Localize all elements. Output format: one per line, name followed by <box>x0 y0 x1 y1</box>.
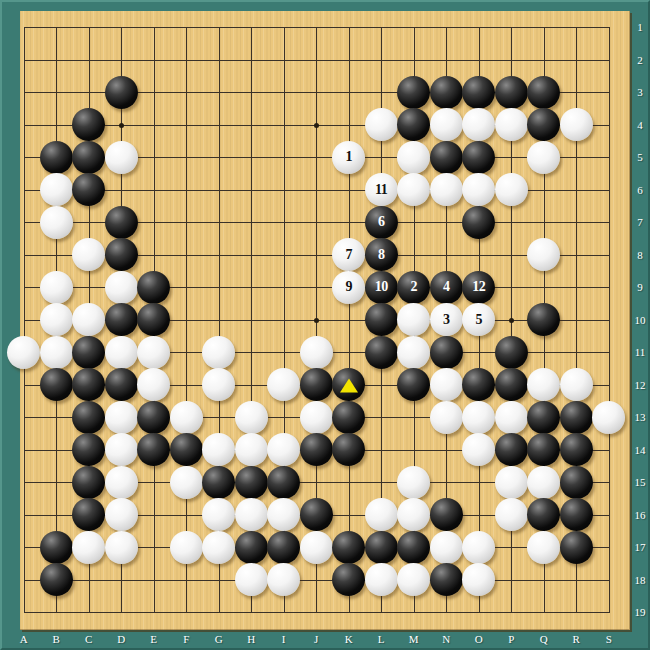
stone-black-F14[interactable] <box>170 433 203 466</box>
stone-white-M15[interactable] <box>397 466 430 499</box>
stone-white-Q15[interactable] <box>527 466 560 499</box>
stone-white-G16[interactable] <box>202 498 235 531</box>
file-label-P: P <box>502 633 520 645</box>
stone-white-D9[interactable] <box>105 271 138 304</box>
stone-white-N10[interactable]: 3 <box>430 303 463 336</box>
rank-label-4: 4 <box>630 119 650 131</box>
stone-white-G12[interactable] <box>202 368 235 401</box>
stone-black-M17[interactable] <box>397 531 430 564</box>
stone-white-G14[interactable] <box>202 433 235 466</box>
stone-white-R12[interactable] <box>560 368 593 401</box>
stone-white-O14[interactable] <box>462 433 495 466</box>
stone-black-E9[interactable] <box>137 271 170 304</box>
stone-black-G15[interactable] <box>202 466 235 499</box>
stone-black-C15[interactable] <box>72 466 105 499</box>
stone-black-H17[interactable] <box>235 531 268 564</box>
move-number-label: 4 <box>443 280 450 294</box>
stone-white-D14[interactable] <box>105 433 138 466</box>
stone-white-M11[interactable] <box>397 336 430 369</box>
stone-black-O9[interactable]: 12 <box>462 271 495 304</box>
file-label-H: H <box>242 633 260 645</box>
stone-white-F17[interactable] <box>170 531 203 564</box>
rank-label-8: 8 <box>630 249 650 261</box>
stone-white-E12[interactable] <box>137 368 170 401</box>
stone-black-Q10[interactable] <box>527 303 560 336</box>
stone-black-K18[interactable] <box>332 563 365 596</box>
stone-white-S13[interactable] <box>592 401 625 434</box>
stone-black-D8[interactable] <box>105 238 138 271</box>
stone-white-A11[interactable] <box>7 336 40 369</box>
stone-black-J14[interactable] <box>300 433 333 466</box>
stone-white-C10[interactable] <box>72 303 105 336</box>
stone-white-B11[interactable] <box>40 336 73 369</box>
rank-label-13: 13 <box>630 411 650 423</box>
stone-black-M12[interactable] <box>397 368 430 401</box>
stone-white-I14[interactable] <box>267 433 300 466</box>
stone-white-B6[interactable] <box>40 173 73 206</box>
stone-white-I12[interactable] <box>267 368 300 401</box>
stone-white-Q8[interactable] <box>527 238 560 271</box>
file-label-L: L <box>372 633 390 645</box>
stone-white-B10[interactable] <box>40 303 73 336</box>
stone-black-I17[interactable] <box>267 531 300 564</box>
stone-black-N5[interactable] <box>430 141 463 174</box>
stone-white-M6[interactable] <box>397 173 430 206</box>
stone-black-I15[interactable] <box>267 466 300 499</box>
rank-label-7: 7 <box>630 216 650 228</box>
stone-white-D15[interactable] <box>105 466 138 499</box>
stone-white-F15[interactable] <box>170 466 203 499</box>
stone-white-M16[interactable] <box>397 498 430 531</box>
stone-black-C13[interactable] <box>72 401 105 434</box>
file-label-S: S <box>600 633 618 645</box>
stone-white-J13[interactable] <box>300 401 333 434</box>
stone-white-I16[interactable] <box>267 498 300 531</box>
stone-black-B17[interactable] <box>40 531 73 564</box>
stone-black-N18[interactable] <box>430 563 463 596</box>
stone-black-O7[interactable] <box>462 206 495 239</box>
stone-white-L6[interactable]: 11 <box>365 173 398 206</box>
grid-line-vertical <box>349 27 350 613</box>
stone-white-N4[interactable] <box>430 108 463 141</box>
stone-black-Q4[interactable] <box>527 108 560 141</box>
stone-black-R17[interactable] <box>560 531 593 564</box>
stone-white-D17[interactable] <box>105 531 138 564</box>
stone-black-O12[interactable] <box>462 368 495 401</box>
stone-white-H16[interactable] <box>235 498 268 531</box>
stone-black-C4[interactable] <box>72 108 105 141</box>
stone-white-Q5[interactable] <box>527 141 560 174</box>
stone-white-L16[interactable] <box>365 498 398 531</box>
stone-white-G17[interactable] <box>202 531 235 564</box>
stone-white-O10[interactable]: 5 <box>462 303 495 336</box>
rank-label-19: 19 <box>630 606 650 618</box>
rank-label-18: 18 <box>630 574 650 586</box>
stone-white-C8[interactable] <box>72 238 105 271</box>
rank-label-9: 9 <box>630 281 650 293</box>
rank-label-3: 3 <box>630 86 650 98</box>
stone-black-N9[interactable]: 4 <box>430 271 463 304</box>
stone-white-E11[interactable] <box>137 336 170 369</box>
stone-white-O4[interactable] <box>462 108 495 141</box>
stone-black-C14[interactable] <box>72 433 105 466</box>
rank-label-17: 17 <box>630 541 650 553</box>
stone-black-L10[interactable] <box>365 303 398 336</box>
stone-black-K12[interactable] <box>332 368 365 401</box>
stone-black-J16[interactable] <box>300 498 333 531</box>
rank-label-10: 10 <box>630 314 650 326</box>
stone-white-O13[interactable] <box>462 401 495 434</box>
file-label-G: G <box>210 633 228 645</box>
stone-black-R16[interactable] <box>560 498 593 531</box>
move-number-label: 5 <box>475 313 482 327</box>
stone-white-P16[interactable] <box>495 498 528 531</box>
stone-white-K9[interactable]: 9 <box>332 271 365 304</box>
stone-black-B18[interactable] <box>40 563 73 596</box>
stone-white-H14[interactable] <box>235 433 268 466</box>
stone-black-P12[interactable] <box>495 368 528 401</box>
stone-black-P11[interactable] <box>495 336 528 369</box>
stone-white-O18[interactable] <box>462 563 495 596</box>
stone-black-E10[interactable] <box>137 303 170 336</box>
file-label-A: A <box>15 633 33 645</box>
stone-white-O6[interactable] <box>462 173 495 206</box>
stone-white-M10[interactable] <box>397 303 430 336</box>
rank-label-15: 15 <box>630 476 650 488</box>
stone-black-O5[interactable] <box>462 141 495 174</box>
stone-black-L7[interactable]: 6 <box>365 206 398 239</box>
stone-black-D3[interactable] <box>105 76 138 109</box>
stone-black-K17[interactable] <box>332 531 365 564</box>
stone-white-D5[interactable] <box>105 141 138 174</box>
stone-black-N11[interactable] <box>430 336 463 369</box>
move-number-label: 8 <box>378 248 385 262</box>
stone-white-D13[interactable] <box>105 401 138 434</box>
file-label-Q: Q <box>535 633 553 645</box>
move-number-label: 7 <box>345 248 352 262</box>
stone-white-B7[interactable] <box>40 206 73 239</box>
stone-white-D11[interactable] <box>105 336 138 369</box>
stone-black-L9[interactable]: 10 <box>365 271 398 304</box>
stone-black-M4[interactable] <box>397 108 430 141</box>
stone-black-C16[interactable] <box>72 498 105 531</box>
stone-white-N13[interactable] <box>430 401 463 434</box>
stone-white-L4[interactable] <box>365 108 398 141</box>
file-label-R: R <box>567 633 585 645</box>
stone-black-R14[interactable] <box>560 433 593 466</box>
stone-black-C5[interactable] <box>72 141 105 174</box>
rank-label-11: 11 <box>630 346 650 358</box>
stone-black-L17[interactable] <box>365 531 398 564</box>
stone-black-Q14[interactable] <box>527 433 560 466</box>
stone-black-B5[interactable] <box>40 141 73 174</box>
grid-line-vertical <box>609 27 610 613</box>
stone-black-O3[interactable] <box>462 76 495 109</box>
rank-label-1: 1 <box>630 21 650 33</box>
stone-black-M9[interactable]: 2 <box>397 271 430 304</box>
file-label-C: C <box>80 633 98 645</box>
stone-black-L11[interactable] <box>365 336 398 369</box>
rank-label-6: 6 <box>630 184 650 196</box>
file-label-N: N <box>437 633 455 645</box>
grid-line-horizontal <box>24 612 610 613</box>
stone-black-B12[interactable] <box>40 368 73 401</box>
triangle-marker-icon <box>340 378 358 392</box>
stone-white-H18[interactable] <box>235 563 268 596</box>
move-number-label: 6 <box>378 215 385 229</box>
stone-black-K14[interactable] <box>332 433 365 466</box>
stone-black-N3[interactable] <box>430 76 463 109</box>
stone-white-M18[interactable] <box>397 563 430 596</box>
stone-white-G11[interactable] <box>202 336 235 369</box>
star-point <box>314 123 319 128</box>
stone-black-H15[interactable] <box>235 466 268 499</box>
stone-black-Q13[interactable] <box>527 401 560 434</box>
move-number-label: 12 <box>472 280 485 294</box>
stone-white-B9[interactable] <box>40 271 73 304</box>
stone-white-L18[interactable] <box>365 563 398 596</box>
stone-black-C6[interactable] <box>72 173 105 206</box>
stone-black-E14[interactable] <box>137 433 170 466</box>
stone-black-P14[interactable] <box>495 433 528 466</box>
stone-black-L8[interactable]: 8 <box>365 238 398 271</box>
stone-black-C11[interactable] <box>72 336 105 369</box>
stone-black-N16[interactable] <box>430 498 463 531</box>
move-number-label: 3 <box>443 313 450 327</box>
stone-white-Q12[interactable] <box>527 368 560 401</box>
stone-black-K13[interactable] <box>332 401 365 434</box>
stone-black-Q16[interactable] <box>527 498 560 531</box>
stone-black-R13[interactable] <box>560 401 593 434</box>
file-label-O: O <box>470 633 488 645</box>
stone-black-M3[interactable] <box>397 76 430 109</box>
file-label-K: K <box>340 633 358 645</box>
star-point <box>509 318 514 323</box>
file-label-F: F <box>177 633 195 645</box>
file-label-E: E <box>145 633 163 645</box>
rank-label-2: 2 <box>630 54 650 66</box>
goban[interactable]: 111678910241235 <box>20 11 630 630</box>
stone-white-N6[interactable] <box>430 173 463 206</box>
stone-black-D12[interactable] <box>105 368 138 401</box>
move-number-label: 9 <box>345 280 352 294</box>
move-number-label: 1 <box>345 150 352 164</box>
stone-white-F13[interactable] <box>170 401 203 434</box>
stone-black-D7[interactable] <box>105 206 138 239</box>
stone-white-H13[interactable] <box>235 401 268 434</box>
stone-white-K5[interactable]: 1 <box>332 141 365 174</box>
stone-white-D16[interactable] <box>105 498 138 531</box>
move-number-label: 11 <box>375 183 387 197</box>
stone-white-Q17[interactable] <box>527 531 560 564</box>
stone-black-C12[interactable] <box>72 368 105 401</box>
stone-white-R4[interactable] <box>560 108 593 141</box>
star-point <box>119 123 124 128</box>
stone-white-M5[interactable] <box>397 141 430 174</box>
star-point <box>314 318 319 323</box>
stone-black-R15[interactable] <box>560 466 593 499</box>
file-label-D: D <box>112 633 130 645</box>
rank-label-16: 16 <box>630 509 650 521</box>
move-number-label: 2 <box>410 280 417 294</box>
stone-white-N17[interactable] <box>430 531 463 564</box>
stone-white-J17[interactable] <box>300 531 333 564</box>
stone-black-E13[interactable] <box>137 401 170 434</box>
stone-black-P3[interactable] <box>495 76 528 109</box>
goban-frame: 111678910241235 ABCDEFGHIJKLMNOPQRS 1234… <box>0 0 650 650</box>
stone-white-J11[interactable] <box>300 336 333 369</box>
stone-white-C17[interactable] <box>72 531 105 564</box>
file-label-B: B <box>47 633 65 645</box>
rank-label-14: 14 <box>630 444 650 456</box>
file-label-M: M <box>405 633 423 645</box>
stone-white-P6[interactable] <box>495 173 528 206</box>
move-number-label: 10 <box>375 280 388 294</box>
stone-black-D10[interactable] <box>105 303 138 336</box>
rank-label-12: 12 <box>630 379 650 391</box>
grid-line-horizontal <box>24 580 610 581</box>
file-label-I: I <box>275 633 293 645</box>
stone-black-J12[interactable] <box>300 368 333 401</box>
stone-white-O17[interactable] <box>462 531 495 564</box>
rank-label-5: 5 <box>630 151 650 163</box>
file-label-J: J <box>307 633 325 645</box>
stone-white-I18[interactable] <box>267 563 300 596</box>
stone-white-P4[interactable] <box>495 108 528 141</box>
stone-black-Q3[interactable] <box>527 76 560 109</box>
stone-white-K8[interactable]: 7 <box>332 238 365 271</box>
stone-white-P13[interactable] <box>495 401 528 434</box>
stone-white-P15[interactable] <box>495 466 528 499</box>
stone-white-N12[interactable] <box>430 368 463 401</box>
